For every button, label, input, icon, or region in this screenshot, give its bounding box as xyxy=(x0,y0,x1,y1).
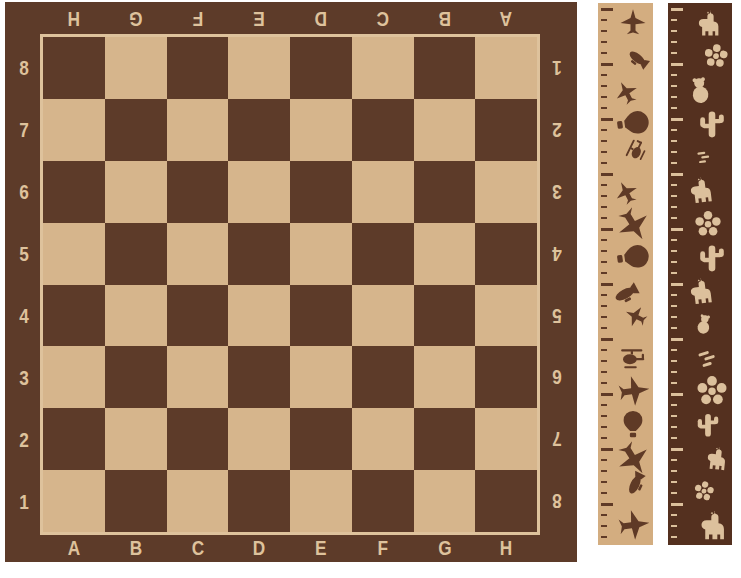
square-c1[interactable] xyxy=(167,470,229,532)
square-f7[interactable] xyxy=(352,99,414,161)
board-squares xyxy=(43,37,537,532)
square-a6[interactable] xyxy=(43,161,105,223)
square-c3[interactable] xyxy=(167,346,229,408)
square-f6[interactable] xyxy=(352,161,414,223)
rank-label-right: 1 xyxy=(541,37,574,99)
llama-icon xyxy=(694,508,729,543)
file-label-top: C xyxy=(357,2,408,37)
square-c2[interactable] xyxy=(167,408,229,470)
square-a7[interactable] xyxy=(43,99,105,161)
square-b4[interactable] xyxy=(105,285,167,347)
rank-label-left: 4 xyxy=(8,285,39,347)
file-label-top: G xyxy=(110,2,161,37)
square-h6[interactable] xyxy=(475,161,537,223)
square-d8[interactable] xyxy=(228,37,290,99)
file-label-bottom: D xyxy=(234,532,285,562)
file-label-bottom: F xyxy=(357,532,408,562)
square-e1[interactable] xyxy=(290,470,352,532)
square-e2[interactable] xyxy=(290,408,352,470)
rank-label-right: 2 xyxy=(541,99,574,161)
bear-icon xyxy=(683,73,716,106)
airplane-icon xyxy=(618,8,648,38)
airplane-motifs xyxy=(614,8,652,540)
square-c4[interactable] xyxy=(167,285,229,347)
square-a1[interactable] xyxy=(43,470,105,532)
flower-icon xyxy=(694,374,729,409)
rank-label-left: 6 xyxy=(8,161,39,223)
square-a5[interactable] xyxy=(43,223,105,285)
square-c5[interactable] xyxy=(167,223,229,285)
flower-icon xyxy=(693,209,723,239)
file-label-top: F xyxy=(172,2,223,37)
flower-icon xyxy=(690,478,716,504)
llama-icon xyxy=(693,8,723,38)
square-g8[interactable] xyxy=(414,37,476,99)
square-a2[interactable] xyxy=(43,408,105,470)
rank-label-left: 7 xyxy=(8,99,39,161)
flower-icon xyxy=(701,42,731,72)
llama-icon xyxy=(701,443,731,473)
square-h8[interactable] xyxy=(475,37,537,99)
square-h5[interactable] xyxy=(475,223,537,285)
growth-ruler-animals xyxy=(668,3,732,545)
square-h3[interactable] xyxy=(475,346,537,408)
llama-icon xyxy=(683,174,716,207)
bear-icon xyxy=(690,311,716,337)
file-label-bottom: B xyxy=(110,532,161,562)
rank-label-left: 3 xyxy=(8,346,39,408)
square-b5[interactable] xyxy=(105,223,167,285)
file-label-top: E xyxy=(234,2,285,37)
square-b1[interactable] xyxy=(105,470,167,532)
square-g4[interactable] xyxy=(414,285,476,347)
square-d3[interactable] xyxy=(228,346,290,408)
rank-labels-right: 12345678 xyxy=(537,37,577,532)
rank-labels-left: 87654321 xyxy=(5,37,43,532)
dashes-icon xyxy=(690,144,716,170)
square-e4[interactable] xyxy=(290,285,352,347)
square-d1[interactable] xyxy=(228,470,290,532)
cactus-icon xyxy=(694,106,729,141)
square-g3[interactable] xyxy=(414,346,476,408)
square-f2[interactable] xyxy=(352,408,414,470)
rank-label-left: 2 xyxy=(8,408,39,470)
square-b7[interactable] xyxy=(105,99,167,161)
square-d6[interactable] xyxy=(228,161,290,223)
rank-label-right: 6 xyxy=(541,346,574,408)
file-label-top: D xyxy=(296,2,347,37)
square-h1[interactable] xyxy=(475,470,537,532)
square-h7[interactable] xyxy=(475,99,537,161)
cactus-icon xyxy=(694,240,729,275)
square-a4[interactable] xyxy=(43,285,105,347)
helicopter-icon xyxy=(618,343,648,373)
animal-motifs xyxy=(684,8,731,540)
file-label-bottom: A xyxy=(49,532,100,562)
growth-ruler-airplanes xyxy=(598,3,653,545)
rank-label-right: 8 xyxy=(541,470,574,532)
zeppelin-icon xyxy=(621,43,653,77)
file-label-bottom: G xyxy=(419,532,470,562)
square-g1[interactable] xyxy=(414,470,476,532)
rank-label-right: 7 xyxy=(541,408,574,470)
square-g6[interactable] xyxy=(414,161,476,223)
square-e6[interactable] xyxy=(290,161,352,223)
square-g7[interactable] xyxy=(414,99,476,161)
file-label-bottom: H xyxy=(481,532,532,562)
square-a8[interactable] xyxy=(43,37,105,99)
square-f3[interactable] xyxy=(352,346,414,408)
chess-board: HGFEDCBA 87654321 12345678 ABCDEFGH xyxy=(5,2,577,562)
square-h2[interactable] xyxy=(475,408,537,470)
square-e5[interactable] xyxy=(290,223,352,285)
file-label-bottom: E xyxy=(296,532,347,562)
square-d4[interactable] xyxy=(228,285,290,347)
file-label-bottom: C xyxy=(172,532,223,562)
square-a3[interactable] xyxy=(43,346,105,408)
rank-label-right: 4 xyxy=(541,223,574,285)
file-labels-top: HGFEDCBA xyxy=(43,2,537,37)
square-e7[interactable] xyxy=(290,99,352,161)
square-f8[interactable] xyxy=(352,37,414,99)
square-g2[interactable] xyxy=(414,408,476,470)
rank-label-left: 1 xyxy=(8,470,39,532)
rank-label-left: 8 xyxy=(8,37,39,99)
square-h4[interactable] xyxy=(475,285,537,347)
square-c6[interactable] xyxy=(167,161,229,223)
square-f1[interactable] xyxy=(352,470,414,532)
rank-label-right: 3 xyxy=(541,161,574,223)
square-e8[interactable] xyxy=(290,37,352,99)
ruler-ticks xyxy=(671,8,684,540)
square-d7[interactable] xyxy=(228,99,290,161)
square-g5[interactable] xyxy=(414,223,476,285)
file-label-top: B xyxy=(419,2,470,37)
square-b6[interactable] xyxy=(105,161,167,223)
square-b3[interactable] xyxy=(105,346,167,408)
square-f5[interactable] xyxy=(352,223,414,285)
airplane-icon xyxy=(613,504,653,545)
file-labels-bottom: ABCDEFGH xyxy=(43,532,537,562)
square-c7[interactable] xyxy=(167,99,229,161)
balloon-icon xyxy=(613,237,653,278)
rank-label-left: 5 xyxy=(8,223,39,285)
cactus-icon xyxy=(693,409,723,439)
square-d2[interactable] xyxy=(228,408,290,470)
rank-label-right: 5 xyxy=(541,285,574,347)
square-e3[interactable] xyxy=(290,346,352,408)
file-label-top: A xyxy=(481,2,532,37)
square-b8[interactable] xyxy=(105,37,167,99)
airplane-icon xyxy=(613,371,653,412)
llama-icon xyxy=(683,274,716,307)
square-d5[interactable] xyxy=(228,223,290,285)
dashes-icon xyxy=(693,343,723,373)
square-b2[interactable] xyxy=(105,408,167,470)
file-label-top: H xyxy=(49,2,100,37)
square-f4[interactable] xyxy=(352,285,414,347)
square-c8[interactable] xyxy=(167,37,229,99)
